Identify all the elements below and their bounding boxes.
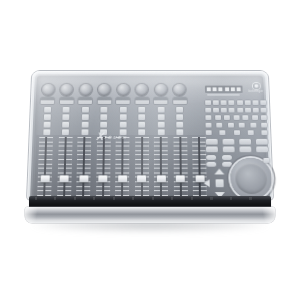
channel-button bbox=[81, 129, 88, 134]
scribble-display bbox=[97, 98, 111, 104]
channel-button bbox=[157, 122, 164, 127]
wide-button bbox=[256, 139, 268, 144]
small-button bbox=[242, 115, 248, 119]
small-button bbox=[253, 108, 259, 112]
scribble-display bbox=[116, 98, 130, 104]
small-button bbox=[228, 123, 234, 128]
small-button bbox=[221, 100, 227, 104]
channel-button bbox=[138, 129, 145, 134]
product-photo: XTOUCH behringer bbox=[0, 0, 300, 300]
channel-button bbox=[43, 114, 50, 119]
encoder-knob bbox=[117, 84, 130, 96]
small-button bbox=[245, 108, 251, 112]
scribble-display bbox=[154, 98, 168, 104]
small-button bbox=[247, 130, 253, 135]
button-row bbox=[205, 108, 266, 113]
fader-cap bbox=[156, 175, 165, 182]
small-button bbox=[229, 108, 235, 112]
channel-fader bbox=[57, 137, 73, 199]
channel-button bbox=[62, 114, 69, 119]
small-button bbox=[205, 108, 211, 112]
channel-fader bbox=[135, 137, 149, 199]
channel-button bbox=[157, 107, 164, 112]
small-button bbox=[206, 130, 212, 135]
small-button bbox=[220, 130, 226, 135]
encoder-knob bbox=[41, 84, 54, 96]
small-button bbox=[250, 123, 256, 128]
wide-button bbox=[206, 139, 218, 144]
small-button bbox=[213, 108, 219, 112]
encoder-knob bbox=[173, 84, 186, 96]
scribble-display bbox=[41, 98, 55, 104]
small-button bbox=[224, 115, 230, 119]
small-button bbox=[237, 108, 243, 112]
channel-button bbox=[176, 122, 183, 127]
encoder-knob bbox=[79, 84, 92, 96]
wide-button bbox=[206, 146, 218, 151]
wide-button-row bbox=[206, 139, 268, 144]
channel-button bbox=[62, 122, 69, 127]
wide-button bbox=[239, 146, 251, 151]
channel-button bbox=[176, 114, 183, 119]
dpad-up-arrow bbox=[214, 169, 224, 175]
top-panel: XTOUCH behringer bbox=[32, 76, 268, 198]
fader-cap bbox=[79, 175, 88, 182]
pill-button bbox=[206, 162, 216, 167]
button-row bbox=[205, 100, 266, 105]
small-button bbox=[205, 100, 211, 104]
button-row bbox=[206, 130, 268, 135]
brand-logo-text: behringer bbox=[246, 89, 265, 93]
display-digit bbox=[225, 87, 229, 91]
small-button bbox=[206, 123, 212, 128]
small-button bbox=[217, 123, 223, 128]
display-digit bbox=[206, 87, 210, 91]
wide-button bbox=[239, 139, 251, 144]
scrub-button bbox=[263, 158, 269, 163]
small-button bbox=[221, 108, 227, 112]
small-button bbox=[239, 123, 245, 128]
small-button bbox=[229, 100, 235, 104]
channel-button bbox=[81, 114, 88, 119]
small-button bbox=[234, 130, 240, 135]
master-section: behringer bbox=[200, 76, 272, 205]
small-button bbox=[205, 115, 211, 119]
fader-cap bbox=[137, 175, 146, 182]
channel-button bbox=[119, 107, 126, 112]
channel-button bbox=[157, 129, 164, 134]
fader-cap bbox=[98, 175, 107, 182]
encoder-knob bbox=[98, 84, 111, 96]
display-digit bbox=[231, 87, 235, 91]
encoder-knob bbox=[136, 84, 149, 96]
channel-button bbox=[138, 114, 145, 119]
channel-fader bbox=[115, 137, 129, 199]
dpad-center-button bbox=[216, 179, 224, 187]
small-button bbox=[233, 115, 239, 119]
channel-button bbox=[100, 107, 107, 112]
wide-button bbox=[223, 146, 235, 151]
wide-button bbox=[223, 139, 235, 144]
channel-fader bbox=[154, 137, 168, 199]
display-digit bbox=[212, 87, 216, 91]
scribble-display bbox=[59, 98, 73, 104]
small-button bbox=[261, 130, 267, 135]
channel-button bbox=[176, 107, 183, 112]
channel-fader bbox=[96, 137, 111, 199]
wide-button-row bbox=[206, 146, 268, 151]
pill-button bbox=[222, 162, 232, 167]
encoder-knob bbox=[154, 84, 167, 96]
channel-button bbox=[138, 122, 145, 127]
model-logo: XTOUCH bbox=[96, 127, 129, 144]
small-button bbox=[252, 100, 258, 104]
small-button bbox=[215, 115, 221, 119]
small-button bbox=[261, 115, 267, 119]
scribble-display bbox=[78, 98, 92, 104]
channel-button bbox=[63, 107, 70, 112]
channel-button bbox=[138, 107, 145, 112]
channel-fader bbox=[37, 137, 53, 199]
jog-wheel-center bbox=[235, 163, 268, 194]
small-button bbox=[245, 100, 251, 104]
channel-button bbox=[119, 114, 126, 119]
channel-button bbox=[176, 129, 183, 134]
channel-button bbox=[43, 122, 50, 127]
channel-button bbox=[81, 122, 88, 127]
assign-display-label bbox=[207, 94, 240, 95]
scribble-display bbox=[135, 98, 149, 104]
small-button bbox=[237, 100, 243, 104]
pill-button bbox=[206, 155, 216, 160]
scribble-display bbox=[173, 98, 187, 104]
channel-button bbox=[62, 129, 69, 134]
small-button bbox=[260, 100, 266, 104]
small-button bbox=[261, 108, 267, 112]
channel-button bbox=[157, 114, 164, 119]
encoder-knob bbox=[60, 84, 73, 96]
fader-cap bbox=[176, 175, 185, 182]
button-row bbox=[205, 115, 266, 120]
fader-cap bbox=[60, 175, 69, 182]
model-logo-text: TOUCH bbox=[104, 135, 128, 140]
pill-button-row bbox=[206, 162, 232, 167]
button-row bbox=[206, 123, 268, 128]
pill-button bbox=[222, 155, 232, 160]
fader-cap bbox=[40, 175, 49, 182]
channel-button bbox=[44, 107, 51, 112]
small-button bbox=[261, 123, 267, 128]
channel-button bbox=[82, 107, 89, 112]
channel-button bbox=[43, 129, 50, 134]
brand-logo: behringer bbox=[246, 83, 266, 93]
fader-cap bbox=[118, 175, 127, 182]
channel-fader bbox=[173, 137, 187, 199]
assign-display bbox=[205, 86, 243, 93]
control-surface-with-cover: XTOUCH behringer bbox=[27, 71, 273, 200]
wide-button bbox=[256, 146, 268, 151]
small-button bbox=[252, 115, 258, 119]
channel-button bbox=[100, 114, 107, 119]
display-digit bbox=[219, 87, 223, 91]
display-digit bbox=[237, 87, 241, 91]
small-button bbox=[213, 100, 219, 104]
pill-button-row bbox=[206, 155, 232, 160]
channel-fader bbox=[76, 137, 91, 199]
cover-front-lip bbox=[25, 207, 275, 223]
jog-wheel bbox=[230, 158, 273, 199]
dpad-left-arrow bbox=[204, 179, 210, 187]
